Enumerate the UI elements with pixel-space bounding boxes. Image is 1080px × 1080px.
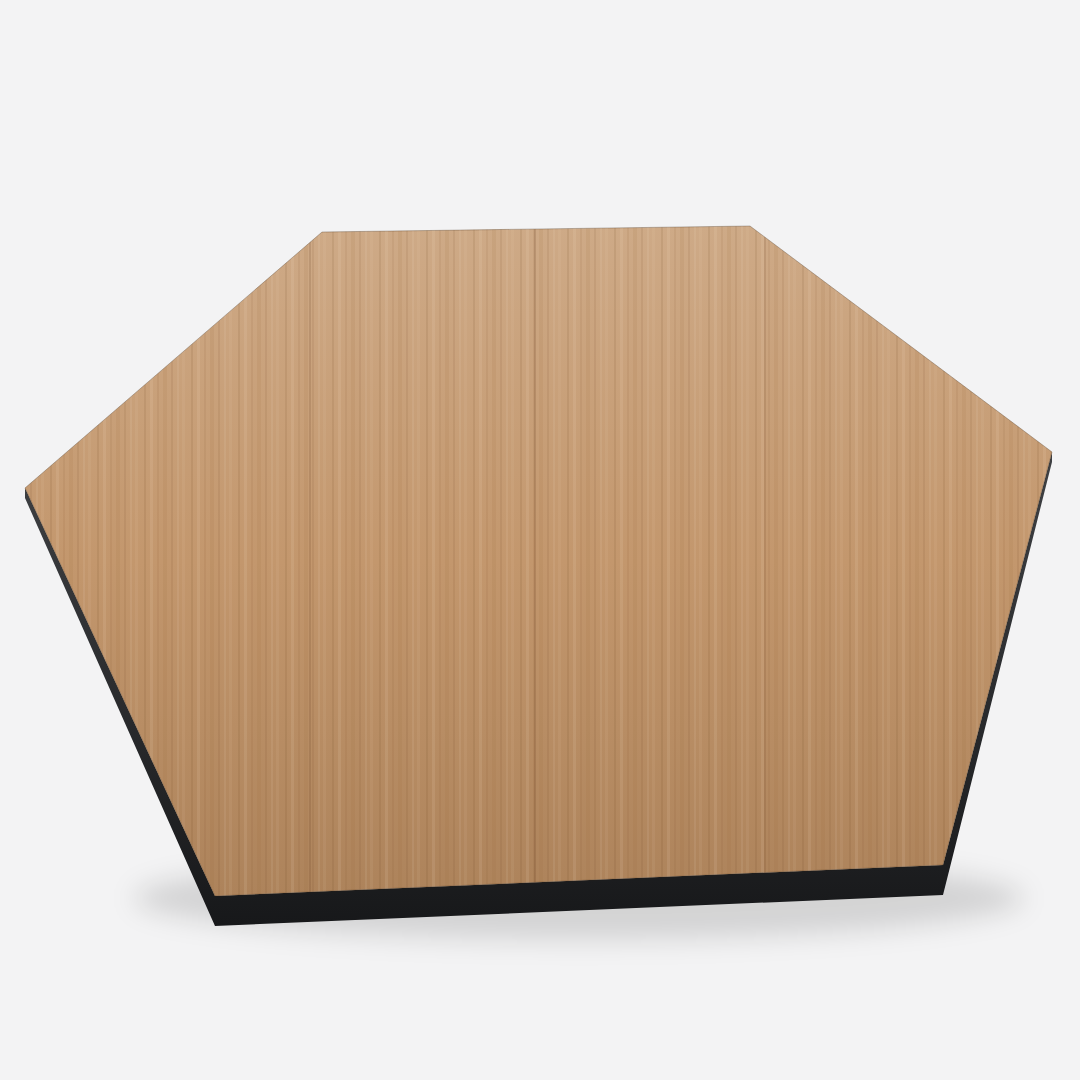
chinese-checkers-board [0, 0, 1080, 1080]
scene [0, 0, 1080, 1080]
wood-grain [0, 180, 1080, 940]
